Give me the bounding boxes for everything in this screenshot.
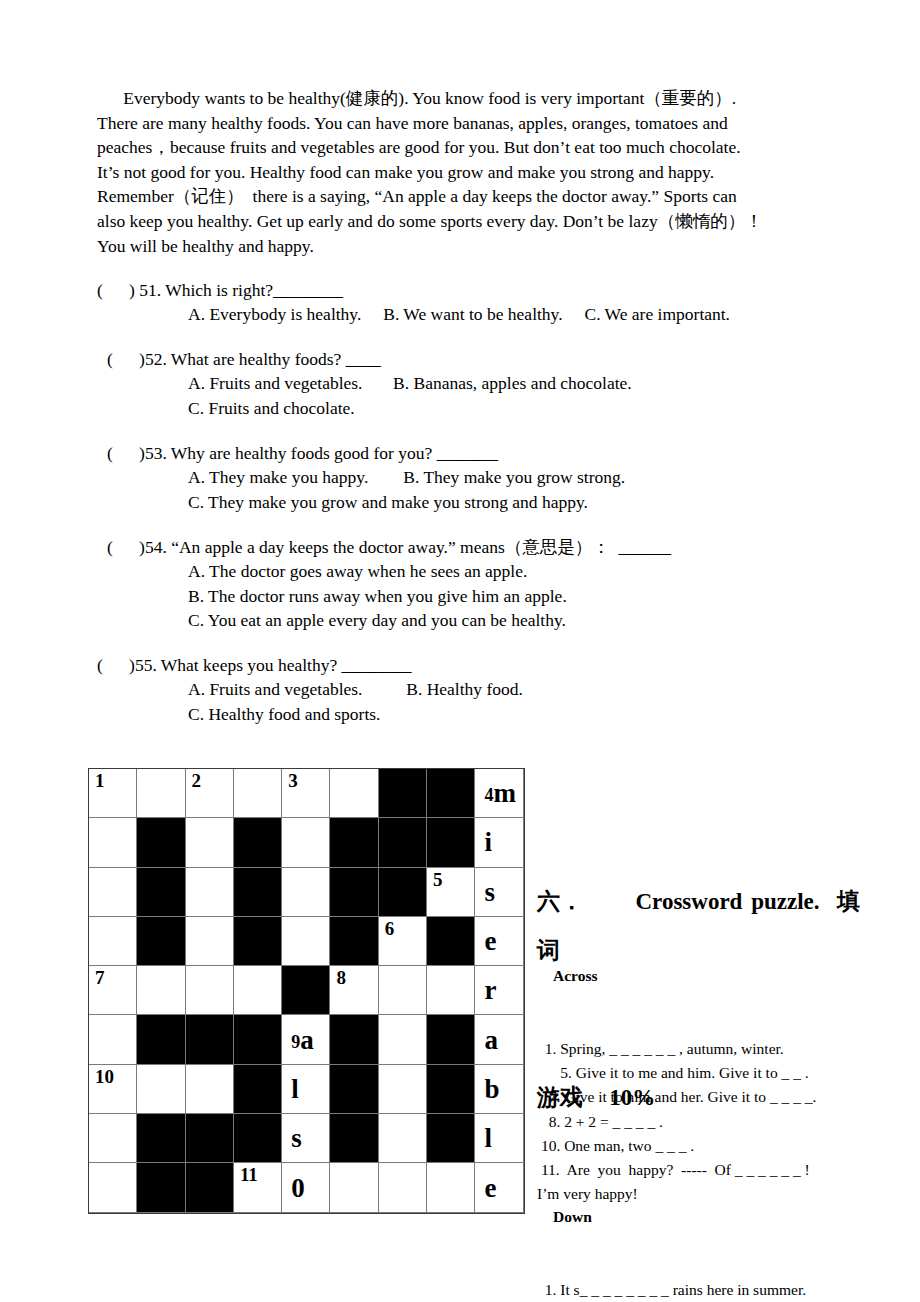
grid-cell[interactable]: 2 bbox=[186, 769, 234, 818]
options-line: C. Fruits and chocolate. bbox=[107, 396, 632, 420]
options-line: B. The doctor runs away when you give hi… bbox=[107, 584, 671, 608]
grid-cell[interactable] bbox=[89, 1163, 137, 1212]
cell-number: 3 bbox=[288, 771, 298, 790]
block-cell bbox=[379, 818, 427, 867]
grid-cell[interactable]: 5 bbox=[427, 868, 475, 917]
cell-number: 8 bbox=[336, 968, 346, 987]
grid-cell[interactable]: 9a bbox=[282, 1015, 330, 1064]
block-cell bbox=[427, 1114, 475, 1163]
block-cell bbox=[330, 1015, 378, 1064]
grid-cell[interactable]: 4m bbox=[475, 769, 523, 818]
cell-letter: r bbox=[484, 977, 496, 1004]
passage-line: Remember（记住） there is a saying, “An appl… bbox=[97, 184, 887, 209]
grid-cell[interactable]: l bbox=[282, 1065, 330, 1114]
cell-number: 11 bbox=[240, 1165, 258, 1184]
options-line: C. Healthy food and sports. bbox=[97, 702, 523, 726]
block-cell bbox=[186, 1114, 234, 1163]
grid-cell[interactable]: 10 bbox=[89, 1065, 137, 1114]
question-line: ( ) 51. Which is right?________ bbox=[97, 278, 730, 302]
down-label: Down bbox=[537, 1205, 907, 1229]
down-clues: Down 1. It s_ _ _ _ _ _ _ _ rains here i… bbox=[537, 1157, 907, 1302]
grid-cell[interactable] bbox=[186, 1065, 234, 1114]
cell-number: 2 bbox=[192, 771, 202, 790]
grid-cell[interactable] bbox=[379, 1065, 427, 1114]
grid-cell[interactable]: 11 bbox=[234, 1163, 282, 1212]
passage-line: also keep you healthy. Get up early and … bbox=[97, 209, 887, 234]
cell-letter: e bbox=[484, 928, 496, 955]
cell-letter: e bbox=[484, 1174, 496, 1201]
block-cell bbox=[186, 1163, 234, 1212]
grid-cell[interactable] bbox=[186, 966, 234, 1015]
down-clue-list: 1. It s_ _ _ _ _ _ _ _ rains here in sum… bbox=[537, 1278, 907, 1302]
cell-number: 9 bbox=[291, 1031, 300, 1051]
grid-cell[interactable]: b bbox=[475, 1065, 523, 1114]
block-cell bbox=[234, 868, 282, 917]
block-cell bbox=[379, 868, 427, 917]
grid-cell[interactable]: e bbox=[475, 917, 523, 966]
options-line: A. Everybody is healthy. B. We want to b… bbox=[97, 302, 730, 326]
block-cell bbox=[427, 818, 475, 867]
grid-cell[interactable] bbox=[379, 966, 427, 1015]
clue-line: 5. Give it to me and him. Give it to _ _… bbox=[537, 1061, 907, 1085]
question-55: ( )55. What keeps you healthy? ________A… bbox=[97, 653, 523, 726]
cell-letter: a bbox=[484, 1026, 498, 1053]
block-cell bbox=[330, 917, 378, 966]
grid-cell[interactable] bbox=[89, 1015, 137, 1064]
block-cell bbox=[137, 868, 185, 917]
passage-line: Everybody wants to be healthy(健康的). You … bbox=[97, 86, 887, 111]
cell-number: 4 bbox=[484, 785, 493, 805]
question-51: ( ) 51. Which is right?________A. Everyb… bbox=[97, 278, 730, 327]
passage-line: You will be healthy and happy. bbox=[97, 234, 887, 259]
block-cell bbox=[137, 1114, 185, 1163]
options-line: C. They make you grow and make you stron… bbox=[107, 490, 625, 514]
worksheet-page: Everybody wants to be healthy(健康的). You … bbox=[0, 0, 920, 1302]
across-label: Across bbox=[537, 964, 907, 988]
question-line: ( )55. What keeps you healthy? ________ bbox=[97, 653, 523, 677]
grid-cell[interactable] bbox=[379, 1114, 427, 1163]
grid-cell[interactable]: r bbox=[475, 966, 523, 1015]
grid-cell[interactable] bbox=[282, 868, 330, 917]
clue-line: 1. It s_ _ _ _ _ _ _ _ rains here in sum… bbox=[537, 1278, 907, 1302]
block-cell bbox=[330, 1114, 378, 1163]
block-cell bbox=[186, 1015, 234, 1064]
options-line: A. Fruits and vegetables. B. Healthy foo… bbox=[97, 677, 523, 701]
block-cell bbox=[427, 1015, 475, 1064]
cell-letter: s bbox=[484, 878, 495, 905]
grid-cell[interactable]: l bbox=[475, 1114, 523, 1163]
grid-cell[interactable]: 6 bbox=[379, 917, 427, 966]
grid-cell[interactable] bbox=[427, 966, 475, 1015]
grid-cell[interactable]: 7 bbox=[89, 966, 137, 1015]
block-cell bbox=[427, 917, 475, 966]
cell-number: 10 bbox=[95, 1067, 114, 1086]
grid-cell[interactable] bbox=[89, 818, 137, 867]
options-line: C. You eat an apple every day and you ca… bbox=[107, 608, 671, 632]
options-line: A. Fruits and vegetables. B. Bananas, ap… bbox=[107, 371, 632, 395]
block-cell bbox=[137, 818, 185, 867]
block-cell bbox=[379, 769, 427, 818]
grid-cell[interactable] bbox=[137, 966, 185, 1015]
cell-number: 1 bbox=[95, 771, 105, 790]
reading-passage: Everybody wants to be healthy(健康的). You … bbox=[97, 86, 887, 258]
grid-cell[interactable] bbox=[234, 966, 282, 1015]
block-cell bbox=[234, 818, 282, 867]
cell-letter: b bbox=[484, 1075, 499, 1102]
crossword-grid: 1234mi5s6e78r9aa10lbsl110e bbox=[88, 768, 525, 1214]
passage-line: It’s not good for you. Healthy food can … bbox=[97, 160, 887, 185]
grid-cell[interactable] bbox=[89, 917, 137, 966]
block-cell bbox=[427, 1065, 475, 1114]
cell-letter: l bbox=[291, 1075, 299, 1102]
cell-letter: 4m bbox=[484, 780, 516, 807]
block-cell bbox=[234, 1065, 282, 1114]
block-cell bbox=[330, 818, 378, 867]
grid-cell[interactable] bbox=[137, 1065, 185, 1114]
clue-line: 7. Give it to him and her. Give it to _ … bbox=[537, 1085, 907, 1109]
cell-letter: l bbox=[484, 1125, 492, 1152]
grid-cell[interactable]: s bbox=[282, 1114, 330, 1163]
options-line: A. They make you happy. B. They make you… bbox=[107, 465, 625, 489]
grid-cell[interactable] bbox=[89, 868, 137, 917]
block-cell bbox=[330, 868, 378, 917]
block-cell bbox=[137, 1015, 185, 1064]
cell-number: 5 bbox=[433, 870, 443, 889]
question-line: ( )54. “An apple a day keeps the doctor … bbox=[107, 535, 671, 559]
grid-cell[interactable] bbox=[427, 1163, 475, 1212]
grid-cell[interactable]: 1 bbox=[89, 769, 137, 818]
grid-cell[interactable] bbox=[234, 769, 282, 818]
block-cell bbox=[137, 917, 185, 966]
cell-letter: 9a bbox=[291, 1026, 314, 1053]
grid-cell[interactable] bbox=[330, 769, 378, 818]
passage-line: There are many healthy foods. You can ha… bbox=[97, 111, 887, 136]
options-line: A. The doctor goes away when he sees an … bbox=[107, 559, 671, 583]
clue-line: 1. Spring, _ _ _ _ _ _ , autumn, winter. bbox=[537, 1037, 907, 1061]
block-cell bbox=[234, 1114, 282, 1163]
grid-cell[interactable] bbox=[282, 917, 330, 966]
grid-cell[interactable] bbox=[137, 769, 185, 818]
clue-line: 10. One man, two _ _ _ . bbox=[537, 1134, 907, 1158]
grid-cell[interactable] bbox=[186, 917, 234, 966]
block-cell bbox=[282, 966, 330, 1015]
grid-cell[interactable]: 3 bbox=[282, 769, 330, 818]
question-54: ( )54. “An apple a day keeps the doctor … bbox=[107, 535, 671, 633]
question-line: ( )52. What are healthy foods? ____ bbox=[107, 347, 632, 371]
grid-cell[interactable] bbox=[186, 868, 234, 917]
block-cell bbox=[330, 1065, 378, 1114]
grid-cell[interactable]: i bbox=[475, 818, 523, 867]
grid-cell[interactable] bbox=[282, 818, 330, 867]
cell-letter: s bbox=[291, 1125, 302, 1152]
grid-cell[interactable] bbox=[379, 1015, 427, 1064]
block-cell bbox=[234, 1015, 282, 1064]
grid-cell[interactable] bbox=[89, 1114, 137, 1163]
cell-letter: i bbox=[484, 829, 492, 856]
question-line: ( )53. Why are healthy foods good for yo… bbox=[107, 441, 625, 465]
question-53: ( )53. Why are healthy foods good for yo… bbox=[107, 441, 625, 514]
question-52: ( )52. What are healthy foods? ____A. Fr… bbox=[107, 347, 632, 420]
cell-letter: 0 bbox=[291, 1174, 305, 1201]
grid-cell[interactable]: 0 bbox=[282, 1163, 330, 1212]
grid-cell[interactable] bbox=[379, 1163, 427, 1212]
block-cell bbox=[137, 1163, 185, 1212]
cell-number: 7 bbox=[95, 968, 105, 987]
grid-cell[interactable]: 8 bbox=[330, 966, 378, 1015]
block-cell bbox=[427, 769, 475, 818]
grid-cell[interactable] bbox=[186, 818, 234, 867]
grid-cell[interactable]: e bbox=[475, 1163, 523, 1212]
grid-cell[interactable]: a bbox=[475, 1015, 523, 1064]
passage-line: peaches，because fruits and vegetables ar… bbox=[97, 135, 887, 160]
clue-line: 8. 2 + 2 = _ _ _ _ . bbox=[537, 1110, 907, 1134]
grid-cell[interactable] bbox=[330, 1163, 378, 1212]
cell-number: 6 bbox=[385, 919, 395, 938]
block-cell bbox=[234, 917, 282, 966]
grid-cell[interactable]: s bbox=[475, 868, 523, 917]
